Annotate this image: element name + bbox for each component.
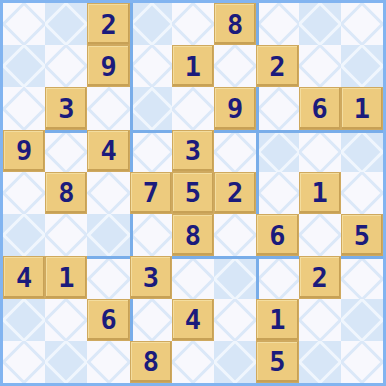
diamond-icon	[3, 214, 45, 256]
cell-r7c9[interactable]	[341, 256, 383, 298]
diamond-icon	[299, 341, 341, 383]
diamond-icon	[3, 172, 45, 214]
cell-r2c2[interactable]	[45, 45, 87, 87]
digit: 2	[227, 179, 243, 206]
cell-r4c6[interactable]	[214, 130, 256, 172]
diamond-icon	[3, 341, 45, 383]
digit: 9	[100, 53, 116, 80]
cell-r4c7[interactable]	[256, 130, 298, 172]
digit: 8	[143, 348, 159, 375]
cell-r9c9[interactable]	[341, 341, 383, 383]
given-cell-r7c4[interactable]: 3	[130, 256, 172, 298]
cell-r2c8[interactable]	[299, 45, 341, 87]
digit: 5	[354, 222, 370, 249]
diamond-icon	[45, 341, 87, 383]
digit: 1	[185, 53, 201, 80]
cell-r1c2[interactable]	[45, 3, 87, 45]
cell-r3c1[interactable]	[3, 87, 45, 129]
diamond-icon	[256, 130, 298, 172]
sudoku-board: 28912396194387521865413264185	[0, 0, 386, 386]
diamond-icon	[341, 130, 383, 172]
given-cell-r3c8[interactable]: 6	[299, 87, 341, 129]
digit: 5	[185, 179, 201, 206]
digit: 6	[269, 222, 285, 249]
given-cell-r6c9[interactable]: 5	[341, 214, 383, 256]
cell-r1c4[interactable]	[130, 3, 172, 45]
diamond-icon	[299, 299, 341, 341]
diamond-icon	[130, 299, 172, 341]
diamond-icon	[299, 214, 341, 256]
cell-r6c3[interactable]	[87, 214, 129, 256]
digit: 8	[185, 222, 201, 249]
given-cell-r4c5[interactable]: 3	[172, 130, 214, 172]
diamond-icon	[3, 87, 45, 129]
digit: 1	[354, 95, 370, 122]
digit: 2	[312, 264, 328, 291]
cell-r3c3[interactable]	[87, 87, 129, 129]
given-cell-r3c2[interactable]: 3	[45, 87, 87, 129]
diamond-icon	[3, 45, 45, 87]
cell-r6c8[interactable]	[299, 214, 341, 256]
given-cell-r5c6[interactable]: 2	[214, 172, 256, 214]
diamond-icon	[256, 256, 298, 298]
diamond-icon	[341, 172, 383, 214]
given-cell-r6c5[interactable]: 8	[172, 214, 214, 256]
cell-r7c6[interactable]	[214, 256, 256, 298]
given-cell-r5c4[interactable]: 7	[130, 172, 172, 214]
cell-r3c4[interactable]	[130, 87, 172, 129]
cell-r4c8[interactable]	[299, 130, 341, 172]
cell-r2c9[interactable]	[341, 45, 383, 87]
digit: 9	[227, 95, 243, 122]
diamond-icon	[299, 45, 341, 87]
digit: 8	[58, 179, 74, 206]
cell-r1c8[interactable]	[299, 3, 341, 45]
diamond-icon	[87, 87, 129, 129]
diamond-icon	[45, 130, 87, 172]
cell-r3c7[interactable]	[256, 87, 298, 129]
given-cell-r2c3[interactable]: 9	[87, 45, 129, 87]
given-cell-r9c4[interactable]: 8	[130, 341, 172, 383]
cell-r6c2[interactable]	[45, 214, 87, 256]
digit: 1	[312, 179, 328, 206]
digit: 2	[100, 11, 116, 38]
diamond-icon	[214, 45, 256, 87]
cell-r8c4[interactable]	[130, 299, 172, 341]
given-cell-r1c3[interactable]: 2	[87, 3, 129, 45]
cell-r8c6[interactable]	[214, 299, 256, 341]
digit: 3	[58, 95, 74, 122]
given-cell-r8c3[interactable]: 6	[87, 299, 129, 341]
diamond-icon	[172, 87, 214, 129]
cell-r1c9[interactable]	[341, 3, 383, 45]
diamond-icon	[87, 214, 129, 256]
given-cell-r5c2[interactable]: 8	[45, 172, 87, 214]
diamond-icon	[130, 130, 172, 172]
digit: 2	[269, 53, 285, 80]
diamond-icon	[341, 299, 383, 341]
diamond-icon	[341, 45, 383, 87]
cell-r7c3[interactable]	[87, 256, 129, 298]
cell-r7c7[interactable]	[256, 256, 298, 298]
diamond-icon	[214, 214, 256, 256]
digit: 1	[269, 306, 285, 333]
cell-r6c1[interactable]	[3, 214, 45, 256]
diamond-icon	[45, 299, 87, 341]
given-cell-r2c7[interactable]: 2	[256, 45, 298, 87]
diamond-icon	[45, 3, 87, 45]
digit: 7	[143, 179, 159, 206]
cell-r9c2[interactable]	[45, 341, 87, 383]
diamond-icon	[172, 256, 214, 298]
cell-r4c4[interactable]	[130, 130, 172, 172]
diamond-icon	[214, 256, 256, 298]
cell-r5c1[interactable]	[3, 172, 45, 214]
cell-r1c7[interactable]	[256, 3, 298, 45]
diamond-icon	[45, 214, 87, 256]
cell-r9c8[interactable]	[299, 341, 341, 383]
cell-r1c1[interactable]	[3, 3, 45, 45]
cell-r8c8[interactable]	[299, 299, 341, 341]
digit: 3	[185, 137, 201, 164]
cell-r6c4[interactable]	[130, 214, 172, 256]
digit: 6	[100, 306, 116, 333]
cell-r4c2[interactable]	[45, 130, 87, 172]
digit: 4	[16, 264, 32, 291]
cell-r8c9[interactable]	[341, 299, 383, 341]
given-cell-r8c5[interactable]: 4	[172, 299, 214, 341]
given-cell-r6c7[interactable]: 6	[256, 214, 298, 256]
digit: 4	[100, 137, 116, 164]
digit: 9	[16, 137, 32, 164]
given-cell-r1c6[interactable]: 8	[214, 3, 256, 45]
cell-r8c2[interactable]	[45, 299, 87, 341]
digit: 8	[227, 11, 243, 38]
given-cell-r4c3[interactable]: 4	[87, 130, 129, 172]
diamond-icon	[3, 3, 45, 45]
diamond-icon	[299, 3, 341, 45]
cell-r1c5[interactable]	[172, 3, 214, 45]
cell-r9c5[interactable]	[172, 341, 214, 383]
diamond-icon	[87, 256, 129, 298]
diamond-icon	[172, 3, 214, 45]
diamond-icon	[130, 87, 172, 129]
diamond-icon	[87, 172, 129, 214]
diamond-icon	[341, 3, 383, 45]
diamond-icon	[130, 214, 172, 256]
cell-r9c3[interactable]	[87, 341, 129, 383]
cell-r2c4[interactable]	[130, 45, 172, 87]
diamond-icon	[214, 130, 256, 172]
cell-r3c5[interactable]	[172, 87, 214, 129]
given-cell-r9c7[interactable]: 5	[256, 341, 298, 383]
given-cell-r4c1[interactable]: 9	[3, 130, 45, 172]
given-cell-r3c6[interactable]: 9	[214, 87, 256, 129]
cell-r2c6[interactable]	[214, 45, 256, 87]
cell-r9c6[interactable]	[214, 341, 256, 383]
diamond-icon	[256, 3, 298, 45]
diamond-icon	[256, 172, 298, 214]
diamond-icon	[172, 341, 214, 383]
diamond-icon	[299, 130, 341, 172]
diamond-icon	[214, 299, 256, 341]
digit: 1	[58, 264, 74, 291]
given-cell-r3c9[interactable]: 1	[341, 87, 383, 129]
cell-r8c1[interactable]	[3, 299, 45, 341]
diamond-icon	[341, 341, 383, 383]
cell-r6c6[interactable]	[214, 214, 256, 256]
cell-r5c3[interactable]	[87, 172, 129, 214]
cell-r4c9[interactable]	[341, 130, 383, 172]
diamond-icon	[45, 45, 87, 87]
diamond-icon	[3, 299, 45, 341]
cell-r5c9[interactable]	[341, 172, 383, 214]
digit: 6	[312, 95, 328, 122]
given-cell-r7c1[interactable]: 4	[3, 256, 45, 298]
given-cell-r8c7[interactable]: 1	[256, 299, 298, 341]
diamond-icon	[341, 256, 383, 298]
cell-r2c1[interactable]	[3, 45, 45, 87]
cell-r5c7[interactable]	[256, 172, 298, 214]
cell-r9c1[interactable]	[3, 341, 45, 383]
digit: 3	[143, 264, 159, 291]
given-cell-r2c5[interactable]: 1	[172, 45, 214, 87]
cell-r7c5[interactable]	[172, 256, 214, 298]
diamond-icon	[87, 341, 129, 383]
given-cell-r5c5[interactable]: 5	[172, 172, 214, 214]
diamond-icon	[214, 341, 256, 383]
diamond-icon	[130, 45, 172, 87]
digit: 5	[269, 348, 285, 375]
given-cell-r7c8[interactable]: 2	[299, 256, 341, 298]
given-cell-r7c2[interactable]: 1	[45, 256, 87, 298]
diamond-icon	[130, 3, 172, 45]
given-cell-r5c8[interactable]: 1	[299, 172, 341, 214]
diamond-icon	[256, 87, 298, 129]
digit: 4	[185, 306, 201, 333]
